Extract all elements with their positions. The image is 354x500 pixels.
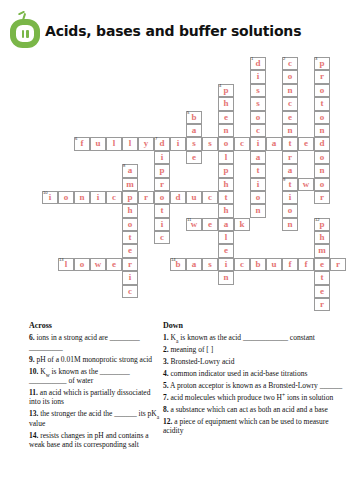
cell-letter: r [314, 298, 330, 311]
cell-letter: c [250, 124, 266, 137]
cell-letter: o [282, 204, 298, 217]
grid-cell: e [314, 285, 330, 298]
cell-number: 7 [155, 136, 157, 140]
cell-letter: i [122, 271, 138, 284]
grid-cell: n [218, 271, 234, 284]
cell-letter: p [154, 164, 170, 177]
cell-letter: f [298, 258, 314, 271]
cell-letter: r [122, 258, 138, 271]
cell-letter: h [218, 178, 234, 191]
grid-cell: t [122, 231, 138, 244]
cell-letter: e [314, 285, 330, 298]
clue-item: 1. Ka is known as the acid ____________ … [163, 333, 349, 342]
cell-letter: t [154, 204, 170, 217]
grid-cell: l [106, 137, 122, 150]
cell-letter: c [154, 231, 170, 244]
cell-letter: c [234, 137, 250, 150]
cell-number: 3 [315, 56, 317, 60]
grid-cell: 7d [154, 137, 170, 150]
grid-cell: l [218, 151, 234, 164]
grid-cell: n [218, 124, 234, 137]
cell-letter: n [282, 84, 298, 97]
grid-cell: r [122, 258, 138, 271]
grid-cell: c [234, 137, 250, 150]
cell-letter: o [314, 151, 330, 164]
cell-letter: e [314, 258, 330, 271]
grid-cell: 3p [314, 57, 330, 70]
down-header: Down [163, 321, 349, 330]
grid-cell: t [282, 137, 298, 150]
cell-letter: h [314, 231, 330, 244]
cell-number: 13 [59, 257, 64, 261]
grid-cell: 2c [282, 57, 298, 70]
cell-number: 6 [75, 136, 77, 140]
grid-cell: o [154, 191, 170, 204]
clue-item: 4. common indicator used in acid-base ti… [163, 369, 349, 378]
cell-letter: i [218, 258, 234, 271]
clue-item: 12. a piece of equipment which can be us… [163, 417, 349, 436]
grid-cell: r [154, 178, 170, 191]
cell-number: 2 [283, 56, 285, 60]
grid-cell: o [250, 111, 266, 124]
grid-cell: t [314, 271, 330, 284]
grid-cell: e [186, 151, 202, 164]
cell-letter: w [298, 178, 314, 191]
grid-cell: f [282, 258, 298, 271]
cell-letter: o [250, 111, 266, 124]
cell-letter: a [282, 164, 298, 177]
cell-letter: o [314, 84, 330, 97]
cell-number: 9 [283, 177, 285, 181]
grid-cell: t [218, 191, 234, 204]
cell-letter: l [122, 137, 138, 150]
cell-number: 12 [315, 217, 320, 221]
grid-cell: m [122, 178, 138, 191]
grid-cell: 12p [314, 218, 330, 231]
cell-number: 1 [251, 56, 253, 60]
grid-cell: o [282, 70, 298, 83]
cell-letter: e [218, 244, 234, 257]
grid-cell: c [106, 191, 122, 204]
crossword-grid: 1dissociation2concentra9tion3protondonor… [42, 57, 346, 311]
grid-cell: y [138, 137, 154, 150]
cell-letter: b [250, 258, 266, 271]
cell-letter: e [186, 151, 202, 164]
cell-letter: o [314, 178, 330, 191]
clue-item: 7. acid molecules which produce two H+ i… [163, 393, 349, 402]
cell-letter: e [202, 218, 218, 231]
cell-letter: l [218, 231, 234, 244]
cell-letter: t [218, 191, 234, 204]
cell-letter: c [202, 191, 218, 204]
grid-cell: k [234, 218, 250, 231]
page-title: Acids, bases and buffer solutions [45, 23, 301, 39]
grid-cell: a [186, 124, 202, 137]
down-clues: Down 1. Ka is known as the acid ________… [163, 321, 349, 438]
grid-cell: h [218, 178, 234, 191]
cell-letter: t [122, 231, 138, 244]
cell-letter: u [266, 258, 282, 271]
cell-letter: d [170, 191, 186, 204]
grid-cell: n [282, 124, 298, 137]
cell-letter: m [314, 244, 330, 257]
grid-cell: t [250, 164, 266, 177]
grid-cell: t [154, 204, 170, 217]
clue-item: 3. Bronsted-Lowry acid [163, 357, 349, 366]
grid-cell: n [74, 191, 90, 204]
grid-cell: p [122, 191, 138, 204]
cell-letter: t [250, 164, 266, 177]
grid-cell: a [186, 258, 202, 271]
grid-cell: r [138, 191, 154, 204]
grid-cell: o [314, 84, 330, 97]
grid-cell: r [330, 258, 346, 271]
grid-cell: o [218, 137, 234, 150]
cell-letter: o [58, 191, 74, 204]
cell-letter: p [218, 164, 234, 177]
cell-letter: f [282, 258, 298, 271]
cell-letter: a [266, 137, 282, 150]
grid-cell: p [218, 164, 234, 177]
grid-cell: i [170, 137, 186, 150]
cell-letter: o [250, 191, 266, 204]
grid-cell: o [314, 111, 330, 124]
cell-letter: i [250, 137, 266, 150]
cell-letter: r [138, 191, 154, 204]
cell-letter: n [282, 218, 298, 231]
grid-cell: e [202, 218, 218, 231]
cell-letter: w [90, 258, 106, 271]
grid-cell: w [298, 178, 314, 191]
worksheet-page: Acids, bases and buffer solutions 1disso… [0, 0, 354, 500]
grid-cell: c [250, 124, 266, 137]
cell-letter: a [218, 218, 234, 231]
clue-item: 11. an acid which is partially dissociat… [29, 388, 162, 407]
grid-cell: e [106, 258, 122, 271]
grid-cell: h [218, 204, 234, 217]
cell-letter: e [298, 137, 314, 150]
cell-letter: l [106, 137, 122, 150]
grid-cell: 4p [218, 84, 234, 97]
cell-number: 5 [187, 110, 189, 114]
clue-item: 9. pH of a 0.01M monoprotic strong acid [29, 355, 162, 364]
across-clue-list: 6. ions in a strong acid are ________ __… [29, 333, 162, 449]
grid-cell: i [90, 191, 106, 204]
grid-cell: d [170, 191, 186, 204]
cell-letter: i [170, 137, 186, 150]
cell-letter: u [90, 137, 106, 150]
cell-letter: a [186, 258, 202, 271]
cell-letter: s [186, 137, 202, 150]
grid-cell: e [314, 258, 330, 271]
cell-letter: r [314, 191, 330, 204]
cell-letter: i [250, 70, 266, 83]
apple-body-icon [10, 19, 40, 48]
grid-cell: i [250, 178, 266, 191]
grid-cell: t [314, 97, 330, 110]
grid-cell: h [218, 97, 234, 110]
cell-letter: c [106, 191, 122, 204]
clue-item: 10. Kw is known as the ________ ________… [29, 367, 162, 386]
grid-cell: 5b [186, 111, 202, 124]
grid-cell: n [314, 124, 330, 137]
grid-cell: c [234, 258, 250, 271]
cell-number: 8 [123, 163, 125, 167]
grid-cell: f [298, 258, 314, 271]
cell-letter: r [330, 258, 346, 271]
cell-letter: r [154, 178, 170, 191]
cell-letter: s [250, 97, 266, 110]
grid-cell: c [122, 285, 138, 298]
grid-cell: b [250, 258, 266, 271]
cell-letter: e [218, 111, 234, 124]
cell-letter: o [218, 137, 234, 150]
grid-cell: r [314, 70, 330, 83]
clue-item: 14. resists changes in pH and contains a… [29, 431, 162, 450]
cell-letter: s [202, 137, 218, 150]
cell-letter: u [186, 191, 202, 204]
cell-number: 4 [219, 83, 221, 87]
grid-cell: s [250, 84, 266, 97]
header: Acids, bases and buffer solutions [10, 12, 301, 50]
down-clue-list: 1. Ka is known as the acid ____________ … [163, 333, 349, 435]
grid-cell: m [314, 244, 330, 257]
cell-letter: o [154, 191, 170, 204]
grid-cell: c [282, 97, 298, 110]
grid-cell: w [90, 258, 106, 271]
grid-cell: i [154, 218, 170, 231]
clue-item: 8. a substance which can act as both an … [163, 405, 349, 414]
grid-cell: 8a [122, 164, 138, 177]
cell-letter: i [250, 178, 266, 191]
cell-letter: r [282, 151, 298, 164]
grid-cell: 11w [186, 218, 202, 231]
grid-cell: a [218, 218, 234, 231]
grid-cell: r [314, 298, 330, 311]
grid-cell: r [282, 151, 298, 164]
cell-letter: i [154, 151, 170, 164]
clue-item: 13. the stronger the acid the ______ its… [29, 409, 162, 428]
grid-cell: i [250, 70, 266, 83]
cell-letter: c [282, 97, 298, 110]
grid-cell: 13l [58, 258, 74, 271]
grid-cell: e [122, 244, 138, 257]
grid-cell: e [218, 111, 234, 124]
cell-number: 14 [171, 257, 176, 261]
cell-letter: r [314, 70, 330, 83]
grid-cell: 1d [250, 57, 266, 70]
cell-letter: e [282, 111, 298, 124]
grid-cell: o [314, 151, 330, 164]
cell-letter: a [250, 151, 266, 164]
cell-letter: i [90, 191, 106, 204]
grid-cell: n [282, 84, 298, 97]
grid-cell: o [250, 191, 266, 204]
cell-letter: h [218, 204, 234, 217]
cell-letter: n [250, 204, 266, 217]
grid-cell: i [250, 137, 266, 150]
grid-cell: o [122, 218, 138, 231]
cell-letter: l [218, 151, 234, 164]
cell-letter: i [282, 191, 298, 204]
grid-cell: l [122, 137, 138, 150]
grid-cell: i [122, 271, 138, 284]
grid-cell: s [250, 97, 266, 110]
cell-letter: y [138, 137, 154, 150]
cell-letter: n [314, 124, 330, 137]
grid-cell: a [250, 151, 266, 164]
cell-letter: n [218, 124, 234, 137]
grid-cell: u [186, 191, 202, 204]
across-clues: Across 6. ions in a strong acid are ____… [29, 321, 162, 452]
cell-letter: o [122, 218, 138, 231]
grid-cell: n [282, 218, 298, 231]
across-header: Across [29, 321, 162, 330]
cell-letter: o [314, 111, 330, 124]
cell-letter: c [234, 258, 250, 271]
clue-item: 6. ions in a strong acid are ________ __… [29, 333, 162, 352]
grid-cell: s [202, 258, 218, 271]
grid-cell: 14b [170, 258, 186, 271]
grid-cell: 6f [74, 137, 90, 150]
cell-number: 10 [43, 190, 48, 194]
clue-item: 2. meaning of [ ] [163, 345, 349, 354]
grid-cell: s [186, 137, 202, 150]
cell-number: 11 [187, 217, 191, 221]
cell-letter: t [314, 97, 330, 110]
grid-cell: e [218, 244, 234, 257]
grid-cell: u [90, 137, 106, 150]
grid-cell: n [314, 164, 330, 177]
grid-cell: o [314, 178, 330, 191]
grid-cell: l [218, 231, 234, 244]
cell-letter: s [250, 84, 266, 97]
grid-cell: s [202, 137, 218, 150]
cell-letter: o [74, 258, 90, 271]
cell-letter: d [314, 137, 330, 150]
grid-cell: a [266, 137, 282, 150]
cell-letter: k [234, 218, 250, 231]
grid-cell: i [218, 258, 234, 271]
grid-cell: c [202, 191, 218, 204]
cell-letter: a [186, 124, 202, 137]
cell-letter: n [282, 124, 298, 137]
grid-cell: i [154, 151, 170, 164]
cell-letter: n [74, 191, 90, 204]
grid-cell: 9t [282, 178, 298, 191]
grid-cell: d [314, 137, 330, 150]
grid-cell: p [154, 164, 170, 177]
grid-cell: o [74, 258, 90, 271]
grid-cell: e [298, 137, 314, 150]
clue-item: 5. A proton acceptor is known as a Brons… [163, 381, 349, 390]
grid-cell: i [282, 191, 298, 204]
grid-cell: o [58, 191, 74, 204]
grid-cell: e [282, 111, 298, 124]
cell-letter: o [282, 70, 298, 83]
cell-letter: h [218, 97, 234, 110]
cell-letter: t [282, 137, 298, 150]
cell-letter: n [218, 271, 234, 284]
apple-logo-icon [10, 13, 40, 49]
grid-cell: a [282, 164, 298, 177]
cell-letter: n [314, 164, 330, 177]
grid-cell: c [154, 231, 170, 244]
cell-letter: h [122, 204, 138, 217]
cell-letter: i [154, 218, 170, 231]
grid-cell: h [122, 204, 138, 217]
grid-cell: 10i [42, 191, 58, 204]
cell-letter: t [314, 271, 330, 284]
cell-letter: m [122, 178, 138, 191]
grid-cell: h [314, 231, 330, 244]
grid-cell: u [266, 258, 282, 271]
cell-letter: c [122, 285, 138, 298]
cell-letter: e [122, 244, 138, 257]
cell-letter: e [106, 258, 122, 271]
cell-letter: s [202, 258, 218, 271]
grid-cell: r [314, 191, 330, 204]
cell-letter: p [122, 191, 138, 204]
grid-cell: n [250, 204, 266, 217]
grid-cell: o [282, 204, 298, 217]
